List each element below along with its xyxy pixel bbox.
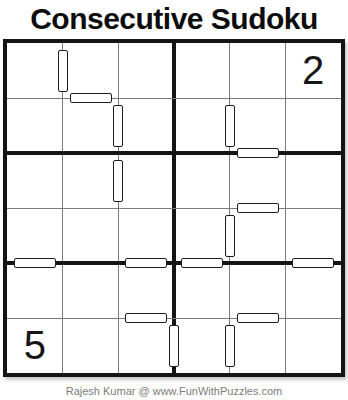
cell-r3c4[interactable] (174, 153, 230, 208)
cell-r4c4[interactable] (174, 208, 230, 263)
cell-r2c1[interactable] (7, 98, 63, 153)
consecutive-marker (237, 203, 279, 213)
cell-r6c4[interactable] (174, 318, 230, 373)
cell-r4c5[interactable] (230, 208, 286, 263)
cell-r2c5[interactable] (230, 98, 286, 153)
page: Consecutive Sudoku 25 Rajesh Kumar @ www… (0, 0, 348, 400)
cell-r6c1-given[interactable]: 5 (7, 318, 63, 373)
cell-r6c6[interactable] (285, 318, 341, 373)
cell-r1c1[interactable] (7, 43, 63, 98)
cell-r2c3[interactable] (118, 98, 174, 153)
cell-r4c2[interactable] (63, 208, 119, 263)
credit-text: Rajesh Kumar @ www.FunWithPuzzles.com (0, 385, 348, 397)
consecutive-marker (181, 258, 223, 268)
cell-r2c2[interactable] (63, 98, 119, 153)
consecutive-marker (14, 258, 56, 268)
consecutive-marker (113, 160, 123, 202)
consecutive-marker (225, 215, 235, 257)
cell-r4c3[interactable] (118, 208, 174, 263)
page-title: Consecutive Sudoku (0, 0, 348, 37)
cell-r3c2[interactable] (63, 153, 119, 208)
consecutive-marker (58, 50, 68, 92)
cell-r5c1[interactable] (7, 263, 63, 318)
consecutive-marker (237, 313, 279, 323)
cell-r5c6[interactable] (285, 263, 341, 318)
cell-r5c2[interactable] (63, 263, 119, 318)
cell-r1c3[interactable] (118, 43, 174, 98)
consecutive-marker (169, 325, 179, 367)
cell-r1c6-given[interactable]: 2 (285, 43, 341, 98)
cell-r3c5[interactable] (230, 153, 286, 208)
sudoku-board: 25 (3, 39, 345, 377)
cell-r4c1[interactable] (7, 208, 63, 263)
cell-r5c3[interactable] (118, 263, 174, 318)
cell-r5c5[interactable] (230, 263, 286, 318)
consecutive-marker (125, 258, 167, 268)
cell-r5c4[interactable] (174, 263, 230, 318)
cell-r3c6[interactable] (285, 153, 341, 208)
cell-r1c5[interactable] (230, 43, 286, 98)
consecutive-marker (125, 313, 167, 323)
consecutive-marker (292, 258, 334, 268)
cell-r6c5[interactable] (230, 318, 286, 373)
consecutive-marker (70, 93, 112, 103)
cell-r2c4[interactable] (174, 98, 230, 153)
cell-r1c2[interactable] (63, 43, 119, 98)
cell-r6c2[interactable] (63, 318, 119, 373)
consecutive-marker (237, 148, 279, 158)
cell-r2c6[interactable] (285, 98, 341, 153)
cell-r3c1[interactable] (7, 153, 63, 208)
consecutive-marker (225, 325, 235, 367)
cell-r1c4[interactable] (174, 43, 230, 98)
cell-r3c3[interactable] (118, 153, 174, 208)
consecutive-marker (113, 105, 123, 147)
cell-r4c6[interactable] (285, 208, 341, 263)
cell-r6c3[interactable] (118, 318, 174, 373)
consecutive-marker (225, 105, 235, 147)
